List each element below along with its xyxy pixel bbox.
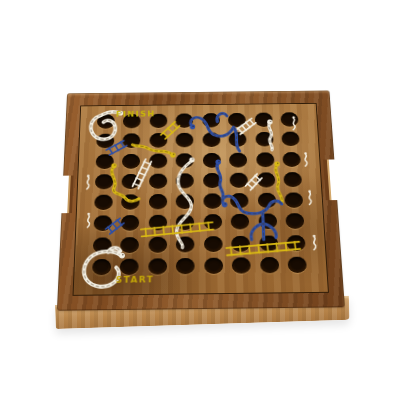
- snake-white-large-center-head: [189, 157, 194, 162]
- right-thumb-notch: [323, 159, 339, 200]
- snake-yellow-right: [274, 161, 282, 203]
- left-thumb-notch: [60, 176, 74, 214]
- snake-yellow-horizontal: [132, 144, 175, 158]
- snake-blue-ornate-top: [190, 113, 240, 151]
- squiggle-left-upper: [86, 175, 89, 189]
- ladder-white-mid-right: [245, 174, 262, 190]
- playing-surface: FINISH START: [73, 103, 329, 296]
- squiggle-right-top: [292, 116, 295, 129]
- ladder-white-top-right: [236, 118, 256, 134]
- board-box-top: FINISH START: [57, 90, 345, 310]
- ladder-white-mid-left: [132, 159, 151, 189]
- snake-white-large-center: [176, 157, 195, 247]
- snake-blue-center: [215, 159, 223, 197]
- painted-snakes-and-ladders: [74, 104, 328, 295]
- squiggle-right-upper: [304, 152, 307, 166]
- ladder-yellow-long-bottom: [226, 242, 300, 256]
- product-photo: FINISH START: [0, 0, 400, 400]
- start-label: START: [116, 276, 155, 285]
- snake-white-top-right: [267, 119, 274, 149]
- ladder-yellow-top: [161, 122, 180, 139]
- board-frame: FINISH START: [57, 90, 345, 310]
- snake-yellow-left-head: [111, 163, 117, 168]
- ladder-blue-upper-left: [106, 141, 127, 155]
- finish-label: FINISH: [116, 111, 156, 119]
- squiggle-left-lower: [87, 213, 90, 228]
- snake-blue-ornate-bottom: [222, 196, 284, 240]
- squiggle-right-lower: [313, 235, 317, 250]
- squiggle-right-mid: [308, 190, 311, 204]
- ladder-blue-lower-left: [106, 218, 124, 234]
